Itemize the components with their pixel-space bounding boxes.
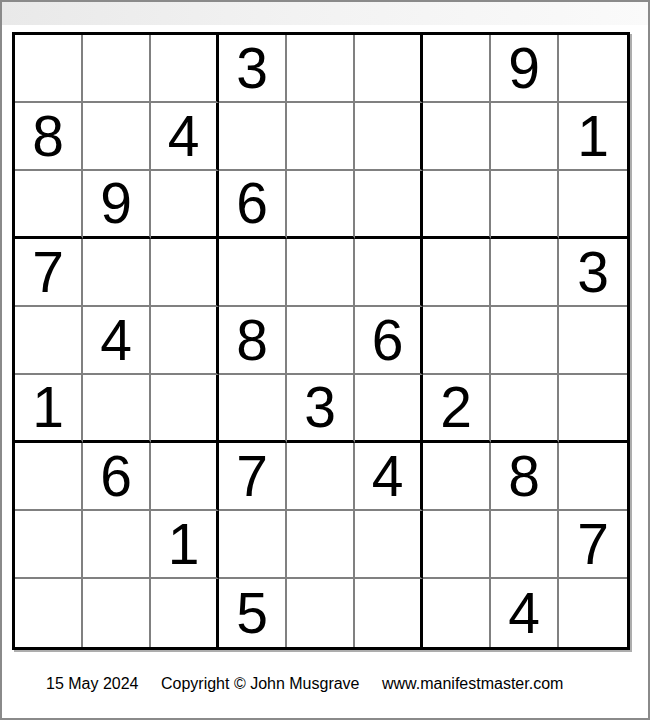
cell-r1c2[interactable] (83, 35, 151, 103)
cell-r3c3[interactable] (151, 171, 219, 239)
cell-r4c9[interactable]: 3 (559, 239, 627, 307)
cell-r6c6[interactable] (355, 375, 423, 443)
cell-r2c4[interactable] (219, 103, 287, 171)
sudoku-board[interactable]: 39841967348613267481754 (12, 32, 630, 650)
cell-r1c9[interactable] (559, 35, 627, 103)
cell-r7c6[interactable]: 4 (355, 443, 423, 511)
cell-r6c3[interactable] (151, 375, 219, 443)
cell-r6c8[interactable] (491, 375, 559, 443)
cell-r3c1[interactable] (15, 171, 83, 239)
footer-date: 15 May 2024 (46, 675, 139, 692)
cell-r2c1[interactable]: 8 (15, 103, 83, 171)
cell-r5c2[interactable]: 4 (83, 307, 151, 375)
cell-r9c6[interactable] (355, 579, 423, 647)
cell-r1c4[interactable]: 3 (219, 35, 287, 103)
cell-r9c4[interactable]: 5 (219, 579, 287, 647)
cell-r8c6[interactable] (355, 511, 423, 579)
cell-r8c5[interactable] (287, 511, 355, 579)
cell-r1c7[interactable] (423, 35, 491, 103)
cell-r3c8[interactable] (491, 171, 559, 239)
cell-r4c2[interactable] (83, 239, 151, 307)
cell-r2c7[interactable] (423, 103, 491, 171)
cell-r8c9[interactable]: 7 (559, 511, 627, 579)
cell-r2c8[interactable] (491, 103, 559, 171)
cell-r5c7[interactable] (423, 307, 491, 375)
cell-r3c5[interactable] (287, 171, 355, 239)
cell-r5c5[interactable] (287, 307, 355, 375)
top-gradient-band (2, 2, 648, 25)
cell-r5c3[interactable] (151, 307, 219, 375)
cell-r8c7[interactable] (423, 511, 491, 579)
cell-r7c4[interactable]: 7 (219, 443, 287, 511)
cell-r8c2[interactable] (83, 511, 151, 579)
cell-r7c7[interactable] (423, 443, 491, 511)
footer-website: www.manifestmaster.com (382, 675, 563, 692)
cell-r6c7[interactable]: 2 (423, 375, 491, 443)
cell-r7c2[interactable]: 6 (83, 443, 151, 511)
cell-r6c2[interactable] (83, 375, 151, 443)
cell-r4c6[interactable] (355, 239, 423, 307)
cell-r9c2[interactable] (83, 579, 151, 647)
cell-r5c6[interactable]: 6 (355, 307, 423, 375)
cell-r6c9[interactable] (559, 375, 627, 443)
cell-r3c4[interactable]: 6 (219, 171, 287, 239)
cell-r9c8[interactable]: 4 (491, 579, 559, 647)
cell-r3c6[interactable] (355, 171, 423, 239)
cell-r7c1[interactable] (15, 443, 83, 511)
cell-r9c7[interactable] (423, 579, 491, 647)
cell-r4c3[interactable] (151, 239, 219, 307)
cell-r5c1[interactable] (15, 307, 83, 375)
cell-r9c9[interactable] (559, 579, 627, 647)
cell-r4c5[interactable] (287, 239, 355, 307)
footer: 15 May 2024 Copyright © John Musgrave ww… (46, 675, 563, 693)
cell-r3c2[interactable]: 9 (83, 171, 151, 239)
cell-r4c4[interactable] (219, 239, 287, 307)
cell-r7c3[interactable] (151, 443, 219, 511)
cell-r3c9[interactable] (559, 171, 627, 239)
cell-r2c9[interactable]: 1 (559, 103, 627, 171)
footer-copyright: Copyright © John Musgrave (161, 675, 360, 692)
cell-r7c5[interactable] (287, 443, 355, 511)
cell-r5c8[interactable] (491, 307, 559, 375)
cell-r9c5[interactable] (287, 579, 355, 647)
cell-r8c4[interactable] (219, 511, 287, 579)
cell-r6c4[interactable] (219, 375, 287, 443)
cell-r1c1[interactable] (15, 35, 83, 103)
cell-r1c5[interactable] (287, 35, 355, 103)
cell-r5c4[interactable]: 8 (219, 307, 287, 375)
cell-r2c5[interactable] (287, 103, 355, 171)
cell-r8c8[interactable] (491, 511, 559, 579)
cell-r1c3[interactable] (151, 35, 219, 103)
cell-r1c8[interactable]: 9 (491, 35, 559, 103)
cell-r2c3[interactable]: 4 (151, 103, 219, 171)
cell-r3c7[interactable] (423, 171, 491, 239)
cell-r9c3[interactable] (151, 579, 219, 647)
cell-r2c6[interactable] (355, 103, 423, 171)
cell-r6c1[interactable]: 1 (15, 375, 83, 443)
cell-r6c5[interactable]: 3 (287, 375, 355, 443)
cell-r9c1[interactable] (15, 579, 83, 647)
cell-r8c1[interactable] (15, 511, 83, 579)
cell-r4c8[interactable] (491, 239, 559, 307)
cell-r7c9[interactable] (559, 443, 627, 511)
sudoku-page: 39841967348613267481754 15 May 2024 Copy… (0, 0, 650, 720)
cell-r5c9[interactable] (559, 307, 627, 375)
cell-r7c8[interactable]: 8 (491, 443, 559, 511)
cell-r1c6[interactable] (355, 35, 423, 103)
cell-r4c1[interactable]: 7 (15, 239, 83, 307)
cell-r4c7[interactable] (423, 239, 491, 307)
cell-r8c3[interactable]: 1 (151, 511, 219, 579)
cell-r2c2[interactable] (83, 103, 151, 171)
